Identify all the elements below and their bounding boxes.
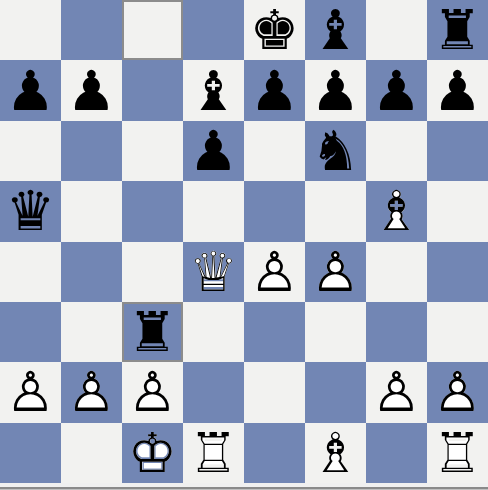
chess-app-stage: ♚♝♜♟♟♝♟♟♟♟♟♞♛♝♗♛♕♟♙♟♙♜♟♙♟♙♟♙♟♙♟♙♚♔♜♖♝♗♜♖ bbox=[0, 0, 488, 490]
square-a7[interactable]: ♟ bbox=[0, 60, 61, 120]
piece-outline: ♕ bbox=[189, 242, 238, 302]
square-g2[interactable]: ♟♙ bbox=[366, 362, 427, 422]
square-f3[interactable] bbox=[305, 302, 366, 362]
square-d8[interactable] bbox=[183, 0, 244, 60]
white-pawn-piece: ♟♙ bbox=[128, 362, 177, 422]
piece-outline: ♙ bbox=[372, 362, 421, 422]
square-g5[interactable]: ♝♗ bbox=[366, 181, 427, 241]
chess-board: ♚♝♜♟♟♝♟♟♟♟♟♞♛♝♗♛♕♟♙♟♙♜♟♙♟♙♟♙♟♙♟♙♚♔♜♖♝♗♜♖ bbox=[0, 0, 488, 483]
white-king-piece: ♚♔ bbox=[128, 423, 177, 483]
square-d7[interactable]: ♝ bbox=[183, 60, 244, 120]
square-h1[interactable]: ♜♖ bbox=[427, 423, 488, 483]
white-pawn-piece: ♟♙ bbox=[311, 242, 360, 302]
black-rook-piece: ♜ bbox=[433, 0, 482, 60]
piece-outline: ♙ bbox=[67, 362, 116, 422]
piece-outline: ♗ bbox=[311, 423, 360, 483]
square-d3[interactable] bbox=[183, 302, 244, 362]
square-g6[interactable] bbox=[366, 121, 427, 181]
square-b8[interactable] bbox=[61, 0, 122, 60]
square-e5[interactable] bbox=[244, 181, 305, 241]
square-c7[interactable] bbox=[122, 60, 183, 120]
square-a4[interactable] bbox=[0, 242, 61, 302]
black-pawn-piece: ♟ bbox=[6, 61, 55, 121]
square-d2[interactable] bbox=[183, 362, 244, 422]
square-c1[interactable]: ♚♔ bbox=[122, 423, 183, 483]
white-rook-piece: ♜♖ bbox=[433, 423, 482, 483]
piece-outline: ♙ bbox=[433, 362, 482, 422]
black-rook-piece: ♜ bbox=[128, 302, 177, 362]
white-queen-piece: ♛♕ bbox=[189, 242, 238, 302]
white-bishop-piece: ♝♗ bbox=[372, 181, 421, 241]
white-pawn-piece: ♟♙ bbox=[433, 362, 482, 422]
square-f5[interactable] bbox=[305, 181, 366, 241]
piece-outline: ♙ bbox=[6, 362, 55, 422]
black-pawn-piece: ♟ bbox=[250, 61, 299, 121]
white-pawn-piece: ♟♙ bbox=[6, 362, 55, 422]
square-f8[interactable]: ♝ bbox=[305, 0, 366, 60]
square-e1[interactable] bbox=[244, 423, 305, 483]
square-c3[interactable]: ♜ bbox=[122, 302, 183, 362]
square-h4[interactable] bbox=[427, 242, 488, 302]
square-g1[interactable] bbox=[366, 423, 427, 483]
white-rook-piece: ♜♖ bbox=[189, 423, 238, 483]
square-a6[interactable] bbox=[0, 121, 61, 181]
square-c4[interactable] bbox=[122, 242, 183, 302]
square-e6[interactable] bbox=[244, 121, 305, 181]
black-pawn-piece: ♟ bbox=[433, 61, 482, 121]
black-king-piece: ♚ bbox=[250, 0, 299, 60]
white-pawn-piece: ♟♙ bbox=[67, 362, 116, 422]
square-f1[interactable]: ♝♗ bbox=[305, 423, 366, 483]
square-g7[interactable]: ♟ bbox=[366, 60, 427, 120]
white-pawn-piece: ♟♙ bbox=[372, 362, 421, 422]
piece-outline: ♙ bbox=[311, 242, 360, 302]
black-bishop-piece: ♝ bbox=[311, 0, 360, 60]
square-f6[interactable]: ♞ bbox=[305, 121, 366, 181]
square-e4[interactable]: ♟♙ bbox=[244, 242, 305, 302]
square-d4[interactable]: ♛♕ bbox=[183, 242, 244, 302]
square-f7[interactable]: ♟ bbox=[305, 60, 366, 120]
square-g4[interactable] bbox=[366, 242, 427, 302]
piece-outline: ♖ bbox=[189, 423, 238, 483]
square-b2[interactable]: ♟♙ bbox=[61, 362, 122, 422]
square-b5[interactable] bbox=[61, 181, 122, 241]
square-c6[interactable] bbox=[122, 121, 183, 181]
square-d6[interactable]: ♟ bbox=[183, 121, 244, 181]
square-e3[interactable] bbox=[244, 302, 305, 362]
piece-outline: ♔ bbox=[128, 423, 177, 483]
square-d5[interactable] bbox=[183, 181, 244, 241]
square-g3[interactable] bbox=[366, 302, 427, 362]
square-a1[interactable] bbox=[0, 423, 61, 483]
black-queen-piece: ♛ bbox=[6, 181, 55, 241]
square-h3[interactable] bbox=[427, 302, 488, 362]
square-b3[interactable] bbox=[61, 302, 122, 362]
black-bishop-piece: ♝ bbox=[189, 61, 238, 121]
square-a5[interactable]: ♛ bbox=[0, 181, 61, 241]
square-e8[interactable]: ♚ bbox=[244, 0, 305, 60]
square-f2[interactable] bbox=[305, 362, 366, 422]
square-c8[interactable] bbox=[122, 0, 183, 60]
square-c5[interactable] bbox=[122, 181, 183, 241]
piece-outline: ♙ bbox=[128, 362, 177, 422]
square-a8[interactable] bbox=[0, 0, 61, 60]
white-bishop-piece: ♝♗ bbox=[311, 423, 360, 483]
square-b4[interactable] bbox=[61, 242, 122, 302]
black-knight-piece: ♞ bbox=[311, 121, 360, 181]
square-h6[interactable] bbox=[427, 121, 488, 181]
black-pawn-piece: ♟ bbox=[311, 61, 360, 121]
square-b1[interactable] bbox=[61, 423, 122, 483]
square-h5[interactable] bbox=[427, 181, 488, 241]
square-g8[interactable] bbox=[366, 0, 427, 60]
square-h8[interactable]: ♜ bbox=[427, 0, 488, 60]
white-pawn-piece: ♟♙ bbox=[250, 242, 299, 302]
black-pawn-piece: ♟ bbox=[372, 61, 421, 121]
piece-outline: ♙ bbox=[250, 242, 299, 302]
square-d1[interactable]: ♜♖ bbox=[183, 423, 244, 483]
black-pawn-piece: ♟ bbox=[189, 121, 238, 181]
square-c2[interactable]: ♟♙ bbox=[122, 362, 183, 422]
square-h2[interactable]: ♟♙ bbox=[427, 362, 488, 422]
square-b6[interactable] bbox=[61, 121, 122, 181]
square-e7[interactable]: ♟ bbox=[244, 60, 305, 120]
square-a2[interactable]: ♟♙ bbox=[0, 362, 61, 422]
square-f4[interactable]: ♟♙ bbox=[305, 242, 366, 302]
piece-outline: ♗ bbox=[372, 181, 421, 241]
square-b7[interactable]: ♟ bbox=[61, 60, 122, 120]
panel-divider bbox=[0, 483, 488, 490]
square-a3[interactable] bbox=[0, 302, 61, 362]
black-pawn-piece: ♟ bbox=[67, 61, 116, 121]
piece-outline: ♖ bbox=[433, 423, 482, 483]
square-e2[interactable] bbox=[244, 362, 305, 422]
square-h7[interactable]: ♟ bbox=[427, 60, 488, 120]
